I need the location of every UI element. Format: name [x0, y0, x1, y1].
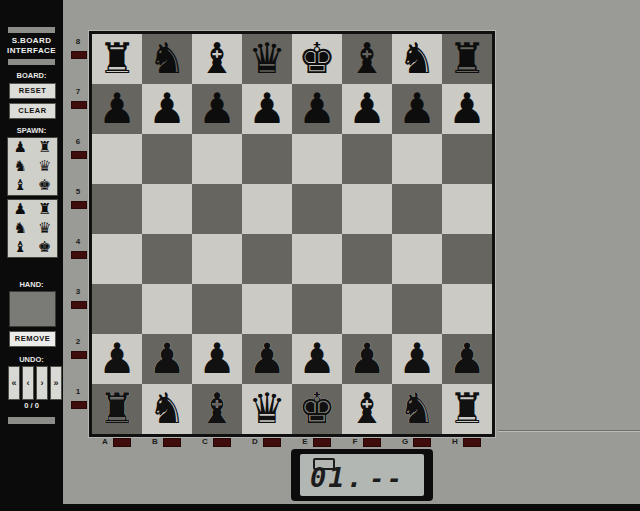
- file-label-d: D: [249, 437, 261, 446]
- undo-button-group: «‹›»: [8, 366, 62, 400]
- spawn-black-rook-button[interactable]: ♜: [38, 200, 51, 219]
- black-king[interactable]: ♚: [292, 34, 342, 84]
- square-b2[interactable]: ♟: [142, 334, 192, 384]
- square-h1[interactable]: ♜: [442, 384, 492, 434]
- square-a8[interactable]: ♜: [92, 34, 142, 84]
- square-d5[interactable]: [242, 184, 292, 234]
- rank-led-5: [71, 201, 87, 209]
- black-knight[interactable]: ♞: [392, 34, 442, 84]
- white-knight[interactable]: ♞: [392, 384, 442, 434]
- app-title-line1: S.BOARD: [0, 36, 63, 45]
- file-led-a: [113, 438, 131, 447]
- square-e6[interactable]: [292, 134, 342, 184]
- spawn-white-rook-button[interactable]: ♜: [38, 138, 51, 157]
- square-g4[interactable]: [392, 234, 442, 284]
- black-rook[interactable]: ♜: [92, 34, 142, 84]
- remove-button[interactable]: REMOVE: [9, 331, 56, 347]
- square-c8[interactable]: ♝: [192, 34, 242, 84]
- lcd-screen: 01.-- --: [300, 454, 424, 496]
- rank-led-3: [71, 301, 87, 309]
- square-d3[interactable]: [242, 284, 292, 334]
- square-d7[interactable]: ♟: [242, 84, 292, 134]
- chess-computer-window: S.BOARD INTERFACE BOARD: RESET CLEAR SPA…: [0, 0, 640, 511]
- square-a4[interactable]: [92, 234, 142, 284]
- black-king-icon: ♚: [38, 238, 51, 256]
- square-f8[interactable]: ♝: [342, 34, 392, 84]
- square-b1[interactable]: ♞: [142, 384, 192, 434]
- rank-label-8: 8: [71, 37, 85, 46]
- rank-led-4: [71, 251, 87, 259]
- spawn-black-bishop-button[interactable]: ♝: [14, 238, 27, 257]
- square-h3[interactable]: [442, 284, 492, 334]
- file-led-c: [213, 438, 231, 447]
- black-pawn[interactable]: ♟: [292, 84, 342, 134]
- square-c6[interactable]: [192, 134, 242, 184]
- square-c1[interactable]: ♝: [192, 384, 242, 434]
- undo-forward-button[interactable]: ›: [36, 366, 48, 400]
- panel-divider-groove: [498, 430, 640, 432]
- file-label-b: B: [149, 437, 161, 446]
- lcd-dashes: -- --: [370, 465, 424, 493]
- square-f3[interactable]: [342, 284, 392, 334]
- hand-slot[interactable]: [9, 291, 56, 327]
- rank-label-2: 2: [71, 337, 85, 346]
- white-queen[interactable]: ♛: [242, 384, 292, 434]
- square-e8[interactable]: ♚: [292, 34, 342, 84]
- white-pawn[interactable]: ♟: [392, 334, 442, 384]
- square-c5[interactable]: [192, 184, 242, 234]
- black-pawn-icon: ♟: [14, 200, 27, 218]
- square-e1[interactable]: ♚: [292, 384, 342, 434]
- square-d1[interactable]: ♛: [242, 384, 292, 434]
- square-a3[interactable]: [92, 284, 142, 334]
- white-pawn[interactable]: ♟: [292, 334, 342, 384]
- app-title-line2: INTERFACE: [0, 46, 63, 55]
- white-pawn[interactable]: ♟: [92, 334, 142, 384]
- rank-led-8: [71, 51, 87, 59]
- black-rook-icon: ♜: [38, 200, 51, 218]
- square-h4[interactable]: [442, 234, 492, 284]
- square-g7[interactable]: ♟: [392, 84, 442, 134]
- square-g8[interactable]: ♞: [392, 34, 442, 84]
- white-king-icon: ♚: [38, 176, 51, 194]
- undo-forward-all-button[interactable]: »: [50, 366, 62, 400]
- square-a5[interactable]: [92, 184, 142, 234]
- spawn-black-pawn-button[interactable]: ♟: [14, 200, 27, 219]
- spawn-white-king-button[interactable]: ♚: [38, 176, 51, 195]
- square-h2[interactable]: ♟: [442, 334, 492, 384]
- white-bishop[interactable]: ♝: [342, 384, 392, 434]
- reset-button[interactable]: RESET: [9, 83, 56, 99]
- square-f5[interactable]: [342, 184, 392, 234]
- square-e7[interactable]: ♟: [292, 84, 342, 134]
- square-d8[interactable]: ♛: [242, 34, 292, 84]
- undo-back-button[interactable]: ‹: [22, 366, 34, 400]
- black-pawn[interactable]: ♟: [342, 84, 392, 134]
- file-label-e: E: [299, 437, 311, 446]
- spawn-white-bishop-button[interactable]: ♝: [14, 176, 27, 195]
- file-label-f: F: [349, 437, 361, 446]
- square-b6[interactable]: [142, 134, 192, 184]
- spawn-white-queen-button[interactable]: ♛: [38, 157, 51, 176]
- square-g2[interactable]: ♟: [392, 334, 442, 384]
- rank-label-3: 3: [71, 287, 85, 296]
- black-pawn[interactable]: ♟: [192, 84, 242, 134]
- hand-section-label: HAND:: [0, 280, 63, 289]
- spawn-palette-white: ♟♜♞♛♝♚: [7, 137, 58, 196]
- square-g5[interactable]: [392, 184, 442, 234]
- black-pawn[interactable]: ♟: [242, 84, 292, 134]
- lcd-display: 01.-- --: [291, 449, 433, 501]
- white-knight-icon: ♞: [14, 157, 27, 175]
- square-e3[interactable]: [292, 284, 342, 334]
- square-h6[interactable]: [442, 134, 492, 184]
- black-pawn[interactable]: ♟: [442, 84, 492, 134]
- square-a1[interactable]: ♜: [92, 384, 142, 434]
- square-f2[interactable]: ♟: [342, 334, 392, 384]
- file-led-g: [413, 438, 431, 447]
- white-pawn-icon: ♟: [14, 138, 27, 156]
- spawn-white-pawn-button[interactable]: ♟: [14, 138, 27, 157]
- spawn-palette-black: ♟♜♞♛♝♚: [7, 199, 58, 258]
- black-pawn[interactable]: ♟: [142, 84, 192, 134]
- rank-led-7: [71, 101, 87, 109]
- file-label-a: A: [99, 437, 111, 446]
- square-d6[interactable]: [242, 134, 292, 184]
- square-g3[interactable]: [392, 284, 442, 334]
- white-bishop-icon: ♝: [14, 176, 27, 194]
- file-led-b: [163, 438, 181, 447]
- square-d2[interactable]: ♟: [242, 334, 292, 384]
- square-h8[interactable]: ♜: [442, 34, 492, 84]
- clear-button[interactable]: CLEAR: [9, 103, 56, 119]
- divider-bar: [8, 417, 55, 424]
- square-b3[interactable]: [142, 284, 192, 334]
- square-c2[interactable]: ♟: [192, 334, 242, 384]
- black-queen-icon: ♛: [38, 219, 51, 237]
- divider-bar: [8, 59, 55, 65]
- white-pawn[interactable]: ♟: [192, 334, 242, 384]
- white-king[interactable]: ♚: [292, 384, 342, 434]
- spawn-black-knight-button[interactable]: ♞: [14, 219, 27, 238]
- white-queen-icon: ♛: [38, 157, 51, 175]
- square-g6[interactable]: [392, 134, 442, 184]
- sidebar: S.BOARD INTERFACE BOARD: RESET CLEAR SPA…: [0, 0, 63, 511]
- square-c3[interactable]: [192, 284, 242, 334]
- white-pawn[interactable]: ♟: [242, 334, 292, 384]
- rank-label-6: 6: [71, 137, 85, 146]
- white-rook[interactable]: ♜: [92, 384, 142, 434]
- white-bishop[interactable]: ♝: [192, 384, 242, 434]
- rank-led-1: [71, 401, 87, 409]
- rank-led-2: [71, 351, 87, 359]
- square-f1[interactable]: ♝: [342, 384, 392, 434]
- undo-counter: 0 / 0: [0, 401, 63, 410]
- square-b4[interactable]: [142, 234, 192, 284]
- undo-rewind-all-button[interactable]: «: [8, 366, 20, 400]
- black-bishop[interactable]: ♝: [342, 34, 392, 84]
- square-f7[interactable]: ♟: [342, 84, 392, 134]
- spawn-white-knight-button[interactable]: ♞: [14, 157, 27, 176]
- rank-label-7: 7: [71, 87, 85, 96]
- spawn-section-label: SPAWN:: [0, 126, 63, 135]
- square-b7[interactable]: ♟: [142, 84, 192, 134]
- white-knight[interactable]: ♞: [142, 384, 192, 434]
- divider-bar: [8, 27, 55, 33]
- rank-label-1: 1: [71, 387, 85, 396]
- white-rook[interactable]: ♜: [442, 384, 492, 434]
- rank-led-6: [71, 151, 87, 159]
- black-rook[interactable]: ♜: [442, 34, 492, 84]
- spawn-black-queen-button[interactable]: ♛: [38, 219, 51, 238]
- square-h5[interactable]: [442, 184, 492, 234]
- file-label-g: G: [399, 437, 411, 446]
- square-h7[interactable]: ♟: [442, 84, 492, 134]
- square-f4[interactable]: [342, 234, 392, 284]
- black-queen[interactable]: ♛: [242, 34, 292, 84]
- white-rook-icon: ♜: [38, 138, 51, 156]
- rank-label-4: 4: [71, 237, 85, 246]
- file-led-d: [263, 438, 281, 447]
- black-pawn[interactable]: ♟: [92, 84, 142, 134]
- chess-board: ♜♞♝♛♚♝♞♜♟♟♟♟♟♟♟♟♟♟♟♟♟♟♟♟♜♞♝♛♚♝♞♜: [89, 31, 495, 437]
- square-a7[interactable]: ♟: [92, 84, 142, 134]
- square-d4[interactable]: [242, 234, 292, 284]
- lcd-move-number: 01.: [310, 462, 365, 493]
- white-pawn[interactable]: ♟: [342, 334, 392, 384]
- file-label-c: C: [199, 437, 211, 446]
- white-pawn[interactable]: ♟: [142, 334, 192, 384]
- black-pawn[interactable]: ♟: [392, 84, 442, 134]
- spawn-black-king-button[interactable]: ♚: [38, 238, 51, 257]
- file-led-f: [363, 438, 381, 447]
- square-e4[interactable]: [292, 234, 342, 284]
- file-label-h: H: [449, 437, 461, 446]
- black-bishop-icon: ♝: [14, 238, 27, 256]
- white-pawn[interactable]: ♟: [442, 334, 492, 384]
- square-a2[interactable]: ♟: [92, 334, 142, 384]
- file-led-e: [313, 438, 331, 447]
- black-bishop[interactable]: ♝: [192, 34, 242, 84]
- black-knight[interactable]: ♞: [142, 34, 192, 84]
- square-b5[interactable]: [142, 184, 192, 234]
- file-led-h: [463, 438, 481, 447]
- bottom-strip: [0, 504, 640, 511]
- square-f6[interactable]: [342, 134, 392, 184]
- square-g1[interactable]: ♞: [392, 384, 442, 434]
- board-section-label: BOARD:: [0, 71, 63, 80]
- black-knight-icon: ♞: [14, 219, 27, 237]
- rank-label-5: 5: [71, 187, 85, 196]
- square-b8[interactable]: ♞: [142, 34, 192, 84]
- square-c7[interactable]: ♟: [192, 84, 242, 134]
- square-c4[interactable]: [192, 234, 242, 284]
- square-e2[interactable]: ♟: [292, 334, 342, 384]
- square-e5[interactable]: [292, 184, 342, 234]
- square-a6[interactable]: [92, 134, 142, 184]
- undo-section-label: UNDO:: [0, 355, 63, 364]
- lcd-digits: 01.-- --: [310, 462, 424, 493]
